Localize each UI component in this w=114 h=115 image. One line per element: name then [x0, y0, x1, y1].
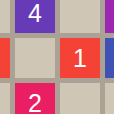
tile-2[interactable]: 2 — [15, 83, 55, 114]
tile-cutoff-red[interactable] — [0, 38, 10, 78]
tile-value: 4 — [28, 1, 42, 26]
tile-cutoff-indigo[interactable] — [105, 38, 114, 78]
tile-value: 1 — [73, 46, 87, 71]
tile-cutoff-purple[interactable] — [105, 0, 114, 33]
puzzle-board[interactable]: 412 — [0, 0, 114, 114]
board-cell-empty — [60, 0, 100, 33]
board-cell-empty — [0, 0, 10, 33]
board-cell-empty — [15, 38, 55, 78]
tile-value: 2 — [28, 91, 42, 115]
tile-4[interactable]: 4 — [15, 0, 55, 33]
board-cell-empty — [60, 83, 100, 114]
board-cell-empty — [105, 83, 114, 114]
game-viewport: 412 — [0, 0, 114, 114]
tile-1[interactable]: 1 — [60, 38, 100, 78]
board-cell-empty — [0, 83, 10, 114]
